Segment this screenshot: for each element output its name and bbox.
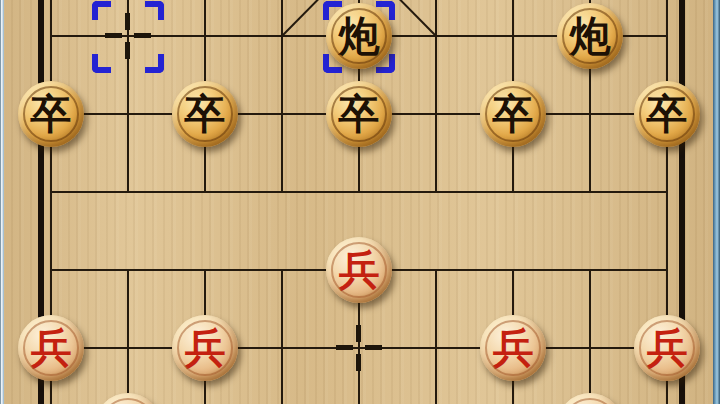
piece-glyph: 兵 <box>647 328 688 369</box>
window-edge-right <box>713 0 720 404</box>
piece-black-cannon-h2[interactable]: 炮 <box>557 3 623 69</box>
piece-glyph: 卒 <box>185 94 226 135</box>
piece-glyph: 兵 <box>185 328 226 369</box>
piece-glyph: 卒 <box>647 94 688 135</box>
piece-red-pawn-c6[interactable]: 兵 <box>172 315 238 381</box>
piece-glyph: 卒 <box>493 94 534 135</box>
piece-glyph: 兵 <box>339 250 380 291</box>
piece-red-pawn-g6[interactable]: 兵 <box>480 315 546 381</box>
piece-black-cannon-e2[interactable]: 炮 <box>326 3 392 69</box>
piece-black-pawn-i3[interactable]: 卒 <box>634 81 700 147</box>
piece-glyph: 卒 <box>31 94 72 135</box>
last-move-highlight <box>92 1 164 73</box>
piece-glyph: 兵 <box>493 328 534 369</box>
piece-glyph: 炮 <box>339 16 380 57</box>
piece-red-pawn-e5[interactable]: 兵 <box>326 237 392 303</box>
window-edge-left <box>0 0 4 404</box>
piece-red-pawn-a6[interactable]: 兵 <box>18 315 84 381</box>
piece-black-pawn-g3[interactable]: 卒 <box>480 81 546 147</box>
piece-glyph: 兵 <box>31 328 72 369</box>
piece-black-pawn-c3[interactable]: 卒 <box>172 81 238 147</box>
piece-glyph: 炮 <box>570 16 611 57</box>
piece-black-pawn-a3[interactable]: 卒 <box>18 81 84 147</box>
xiangqi-game-window: 炮炮卒卒卒卒卒兵兵兵兵兵炮炮 <box>0 0 720 404</box>
point-cross-marker <box>335 324 383 372</box>
piece-black-pawn-e3[interactable]: 卒 <box>326 81 392 147</box>
piece-glyph: 卒 <box>339 94 380 135</box>
piece-red-pawn-i6[interactable]: 兵 <box>634 315 700 381</box>
